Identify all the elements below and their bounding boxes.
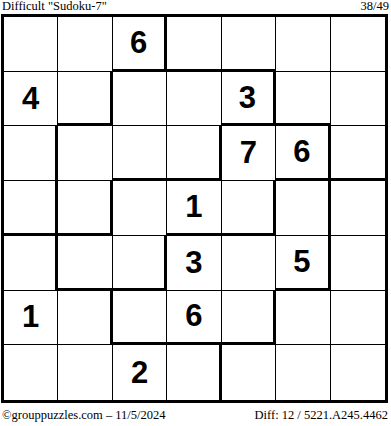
cell-r3c7: [331, 126, 385, 181]
cell-r6c3: [113, 291, 167, 346]
cell-r5c5: [222, 236, 276, 291]
cell-r6c6: [276, 291, 330, 346]
progress-counter: 38/49: [361, 0, 389, 13]
cell-r3c3: [113, 126, 167, 181]
cell-r2c2: [58, 72, 112, 127]
page-title: Difficult "Sudoku-7": [2, 0, 107, 13]
cell-r1c5: [222, 17, 276, 72]
cell-r1c2: [58, 17, 112, 72]
cell-r7c1: [4, 345, 58, 400]
cell-r7c3-given: 2: [113, 345, 167, 400]
cell-r5c1: [4, 236, 58, 291]
cell-r3c2: [58, 126, 112, 181]
cell-r1c3-given: 6: [113, 17, 167, 72]
cell-r6c2: [58, 291, 112, 346]
cell-r7c4: [167, 345, 221, 400]
cell-r5c2: [58, 236, 112, 291]
cell-r7c2: [58, 345, 112, 400]
cell-r4c5: [222, 181, 276, 236]
cell-r6c5: [222, 291, 276, 346]
cell-r5c3: [113, 236, 167, 291]
cell-r4c1: [4, 181, 58, 236]
cell-r2c6: [276, 72, 330, 127]
cell-r7c7: [331, 345, 385, 400]
cell-r4c3: [113, 181, 167, 236]
cell-r7c5: [222, 345, 276, 400]
cell-r1c7: [331, 17, 385, 72]
cell-r2c3: [113, 72, 167, 127]
puzzle-page: Difficult "Sudoku-7" 38/49 64376135162 ©…: [0, 0, 391, 426]
header: Difficult "Sudoku-7" 38/49: [0, 0, 391, 14]
footer: ©grouppuzzles.com – 11/5/2024 Diff: 12 /…: [0, 403, 391, 426]
cell-r4c6: [276, 181, 330, 236]
cell-r2c4: [167, 72, 221, 127]
cell-r5c4-given: 3: [167, 236, 221, 291]
cell-r1c6: [276, 17, 330, 72]
cell-r3c6-given: 6: [276, 126, 330, 181]
footer-difficulty: Diff: 12 / 5221.A245.4462: [255, 408, 388, 422]
cell-r1c1: [4, 17, 58, 72]
board: 64376135162: [1, 14, 388, 403]
cell-r7c6: [276, 345, 330, 400]
cell-r4c4-given: 1: [167, 181, 221, 236]
cell-r6c1-given: 1: [4, 291, 58, 346]
cell-r2c5-given: 3: [222, 72, 276, 127]
cell-r3c1: [4, 126, 58, 181]
cell-r5c6-given: 5: [276, 236, 330, 291]
cell-r1c4: [167, 17, 221, 72]
footer-copyright: ©grouppuzzles.com – 11/5/2024: [2, 408, 166, 422]
cell-r4c7: [331, 181, 385, 236]
cell-r2c1-given: 4: [4, 72, 58, 127]
cell-r6c7: [331, 291, 385, 346]
cell-r2c7: [331, 72, 385, 127]
cell-r3c4: [167, 126, 221, 181]
cell-r6c4-given: 6: [167, 291, 221, 346]
cell-r3c5-given: 7: [222, 126, 276, 181]
cell-r5c7: [331, 236, 385, 291]
cell-r4c2: [58, 181, 112, 236]
